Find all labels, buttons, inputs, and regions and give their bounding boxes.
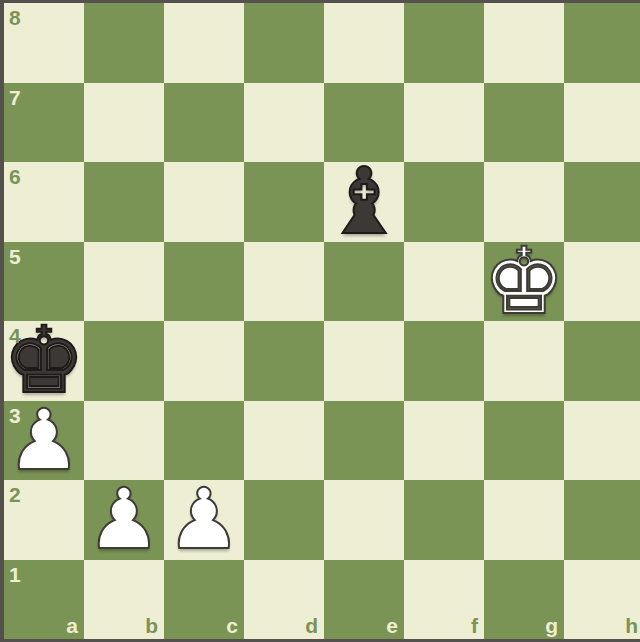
square-c8[interactable]	[164, 3, 244, 83]
square-c3[interactable]	[164, 401, 244, 481]
square-e4[interactable]	[324, 321, 404, 401]
square-b2[interactable]: ♟	[84, 480, 164, 560]
square-h4[interactable]	[564, 321, 640, 401]
file-label-c: c	[226, 615, 238, 636]
square-b5[interactable]	[84, 242, 164, 322]
square-e2[interactable]	[324, 480, 404, 560]
square-b6[interactable]	[84, 162, 164, 242]
square-a7[interactable]: 7	[4, 83, 84, 163]
square-f2[interactable]	[404, 480, 484, 560]
rank-label-7: 7	[9, 87, 21, 108]
square-h2[interactable]	[564, 480, 640, 560]
square-h8[interactable]	[564, 3, 640, 83]
square-f5[interactable]	[404, 242, 484, 322]
square-d4[interactable]	[244, 321, 324, 401]
square-e6[interactable]: ♝	[324, 162, 404, 242]
square-c2[interactable]: ♟	[164, 480, 244, 560]
square-h6[interactable]	[564, 162, 640, 242]
square-g7[interactable]	[484, 83, 564, 163]
square-a6[interactable]: 6	[4, 162, 84, 242]
rank-label-6: 6	[9, 166, 21, 187]
piece-black-bishop-e6[interactable]: ♝	[323, 162, 405, 242]
square-g5[interactable]: ♚	[484, 242, 564, 322]
piece-black-king-a4[interactable]: ♚	[3, 321, 85, 401]
square-h5[interactable]	[564, 242, 640, 322]
square-e5[interactable]	[324, 242, 404, 322]
square-h1[interactable]: h	[564, 560, 640, 640]
square-f8[interactable]	[404, 3, 484, 83]
rank-label-8: 8	[9, 7, 21, 28]
square-f1[interactable]: f	[404, 560, 484, 640]
file-label-h: h	[625, 615, 638, 636]
square-g1[interactable]: g	[484, 560, 564, 640]
square-d6[interactable]	[244, 162, 324, 242]
square-d7[interactable]	[244, 83, 324, 163]
square-g4[interactable]	[484, 321, 564, 401]
square-a3[interactable]: 3♟	[4, 401, 84, 481]
square-d8[interactable]	[244, 3, 324, 83]
board-frame: 876♝5♚4♚3♟2♟♟1abcdefgh	[0, 0, 640, 642]
square-f6[interactable]	[404, 162, 484, 242]
chess-board: 876♝5♚4♚3♟2♟♟1abcdefgh	[4, 3, 640, 639]
square-f7[interactable]	[404, 83, 484, 163]
square-f3[interactable]	[404, 401, 484, 481]
square-c4[interactable]	[164, 321, 244, 401]
rank-label-5: 5	[9, 246, 21, 267]
square-c7[interactable]	[164, 83, 244, 163]
piece-white-king-g5[interactable]: ♚	[483, 242, 565, 322]
file-label-b: b	[145, 615, 158, 636]
square-e8[interactable]	[324, 3, 404, 83]
piece-white-pawn-b2[interactable]: ♟	[86, 480, 161, 560]
square-c6[interactable]	[164, 162, 244, 242]
square-d1[interactable]: d	[244, 560, 324, 640]
square-e3[interactable]	[324, 401, 404, 481]
square-b8[interactable]	[84, 3, 164, 83]
square-f4[interactable]	[404, 321, 484, 401]
square-b7[interactable]	[84, 83, 164, 163]
square-g3[interactable]	[484, 401, 564, 481]
square-g8[interactable]	[484, 3, 564, 83]
square-d3[interactable]	[244, 401, 324, 481]
square-g2[interactable]	[484, 480, 564, 560]
file-label-d: d	[305, 615, 318, 636]
rank-label-2: 2	[9, 484, 21, 505]
rank-label-1: 1	[9, 564, 21, 585]
square-e1[interactable]: e	[324, 560, 404, 640]
square-c1[interactable]: c	[164, 560, 244, 640]
square-a1[interactable]: 1a	[4, 560, 84, 640]
square-a4[interactable]: 4♚	[4, 321, 84, 401]
square-b1[interactable]: b	[84, 560, 164, 640]
square-b4[interactable]	[84, 321, 164, 401]
file-label-e: e	[386, 615, 398, 636]
piece-white-pawn-a3[interactable]: ♟	[6, 401, 81, 481]
file-label-f: f	[471, 615, 478, 636]
square-c5[interactable]	[164, 242, 244, 322]
square-d5[interactable]	[244, 242, 324, 322]
square-b3[interactable]	[84, 401, 164, 481]
file-label-g: g	[545, 615, 558, 636]
square-a8[interactable]: 8	[4, 3, 84, 83]
piece-white-pawn-c2[interactable]: ♟	[166, 480, 241, 560]
file-label-a: a	[66, 615, 78, 636]
square-d2[interactable]	[244, 480, 324, 560]
square-h7[interactable]	[564, 83, 640, 163]
square-h3[interactable]	[564, 401, 640, 481]
square-a2[interactable]: 2	[4, 480, 84, 560]
